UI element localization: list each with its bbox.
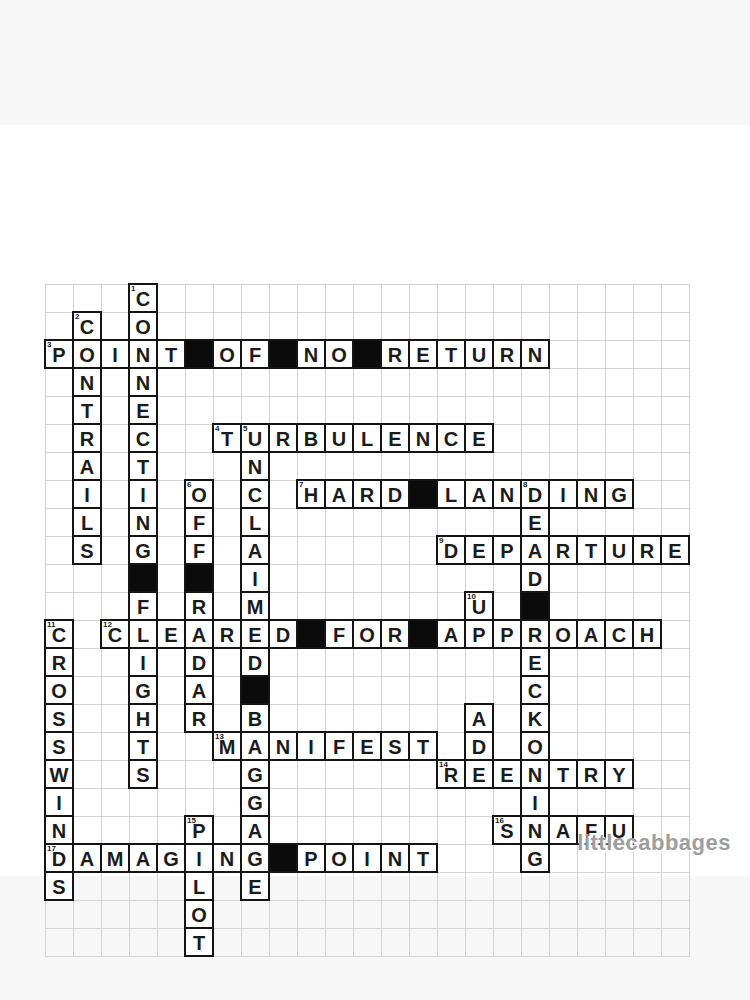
cell-letter: O <box>79 343 95 365</box>
cell-letter: I <box>84 483 90 505</box>
cell-letter: P <box>304 847 317 869</box>
cell-letter: D <box>528 483 542 505</box>
cell-letter: I <box>140 483 146 505</box>
letter-cell-r17-c7[interactable]: G <box>241 760 269 788</box>
letter-cell-r16-c13[interactable]: T <box>409 732 437 760</box>
letter-cell-r15-c3[interactable]: H <box>129 704 157 732</box>
letter-cell-r17-c18[interactable]: T <box>549 760 577 788</box>
letter-cell-r7-c11[interactable]: R <box>353 480 381 508</box>
letter-cell-r9-c19[interactable]: T <box>577 536 605 564</box>
letter-cell-r18-c0[interactable]: I <box>45 788 73 816</box>
letter-cell-r20-c4[interactable]: G <box>157 844 185 872</box>
cell-letter: W <box>50 763 69 785</box>
letter-cell-r16-c10[interactable]: F <box>325 732 353 760</box>
letter-cell-r20-c7[interactable]: G <box>241 844 269 872</box>
letter-cell-r20-c9[interactable]: P <box>297 844 325 872</box>
cell-letter: Y <box>612 763 625 785</box>
letter-cell-r17-c15[interactable]: E <box>465 760 493 788</box>
cell-letter: I <box>252 567 258 589</box>
cell-letter: F <box>137 595 149 617</box>
letter-cell-r9-c18[interactable]: R <box>549 536 577 564</box>
letter-cell-r14-c3[interactable]: G <box>129 676 157 704</box>
cell-letter: P <box>500 623 513 645</box>
cell-letter: K <box>528 707 542 729</box>
letter-cell-r15-c17[interactable]: K <box>521 704 549 732</box>
cell-letter: U <box>472 343 486 365</box>
cell-letter: H <box>304 483 318 505</box>
cell-letter: C <box>248 483 262 505</box>
letter-cell-r20-c5[interactable]: I <box>185 844 213 872</box>
letter-cell-r6-c1[interactable]: A <box>73 452 101 480</box>
letter-cell-r7-c12[interactable]: D <box>381 480 409 508</box>
letter-cell-r12-c20[interactable]: C <box>605 620 633 648</box>
cell-letter: F <box>193 539 205 561</box>
letter-cell-r9-c16[interactable]: P <box>493 536 521 564</box>
cell-letter: A <box>192 623 206 645</box>
letter-cell-r15-c5[interactable]: R <box>185 704 213 732</box>
clue-number: 6 <box>187 481 191 489</box>
letter-cell-r1-c3[interactable]: O <box>129 312 157 340</box>
letter-cell-r9-c15[interactable]: E <box>465 536 493 564</box>
letter-cell-r12-c7[interactable]: E <box>241 620 269 648</box>
letter-cell-r12-c12[interactable]: R <box>381 620 409 648</box>
letter-cell-r12-c3[interactable]: L <box>129 620 157 648</box>
cell-letter: O <box>359 623 375 645</box>
letter-cell-r2-c12[interactable]: R <box>381 340 409 368</box>
cell-letter: R <box>528 623 542 645</box>
cell-letter: B <box>304 427 318 449</box>
letter-cell-r10-c7[interactable]: I <box>241 564 269 592</box>
letter-cell-r11-c5[interactable]: R <box>185 592 213 620</box>
letter-cell-r1-c1[interactable]: 2C <box>73 312 101 340</box>
cell-letter: R <box>640 539 654 561</box>
cell-letter: I <box>560 483 566 505</box>
cell-letter: L <box>137 623 149 645</box>
letter-cell-r2-c0[interactable]: 3P <box>45 340 73 368</box>
cell-letter: F <box>193 511 205 533</box>
cell-letter: R <box>192 595 206 617</box>
letter-cell-r2-c10[interactable]: O <box>325 340 353 368</box>
cell-letter: R <box>584 763 598 785</box>
black-cell-r7-c13 <box>409 480 437 508</box>
cell-letter: O <box>219 343 235 365</box>
letter-cell-r12-c0[interactable]: 11C <box>45 620 73 648</box>
letter-cell-r9-c17[interactable]: A <box>521 536 549 564</box>
letter-cell-r2-c4[interactable]: T <box>157 340 185 368</box>
cell-letter: R <box>360 483 374 505</box>
cell-letter: P <box>52 343 65 365</box>
cell-letter: G <box>611 483 627 505</box>
letter-cell-r11-c3[interactable]: F <box>129 592 157 620</box>
cell-letter: C <box>528 679 542 701</box>
letter-cell-r8-c7[interactable]: L <box>241 508 269 536</box>
letter-cell-r17-c16[interactable]: E <box>493 760 521 788</box>
letter-cell-r10-c17[interactable]: D <box>521 564 549 592</box>
letter-cell-r7-c16[interactable]: N <box>493 480 521 508</box>
letter-cell-r9-c3[interactable]: G <box>129 536 157 564</box>
cell-letter: E <box>388 427 401 449</box>
cell-letter: C <box>136 287 150 309</box>
cell-letter: L <box>81 511 93 533</box>
cell-letter: A <box>556 819 570 841</box>
black-cell-r11-c17 <box>521 592 549 620</box>
cell-letter: S <box>52 707 65 729</box>
cell-letter: C <box>612 623 626 645</box>
letter-cell-r5-c1[interactable]: R <box>73 424 101 452</box>
cell-letter: T <box>445 343 457 365</box>
cell-letter: O <box>555 623 571 645</box>
cell-letter: E <box>472 763 485 785</box>
letter-cell-r16-c8[interactable]: N <box>269 732 297 760</box>
cell-letter: N <box>248 455 262 477</box>
cell-letter: O <box>331 343 347 365</box>
letter-cell-r5-c7[interactable]: 5U <box>241 424 269 452</box>
black-cell-r2-c8 <box>269 340 297 368</box>
cell-letter: N <box>136 371 150 393</box>
cell-letter: N <box>528 343 542 365</box>
black-cell-r10-c3 <box>129 564 157 592</box>
cell-letter: R <box>80 427 94 449</box>
letter-cell-r11-c15[interactable]: 10U <box>465 592 493 620</box>
black-cell-r14-c7 <box>241 676 269 704</box>
cell-letter: L <box>249 511 261 533</box>
letter-cell-r20-c11[interactable]: I <box>353 844 381 872</box>
letter-cell-r21-c0[interactable]: S <box>45 872 73 900</box>
letter-cell-r15-c15[interactable]: A <box>465 704 493 732</box>
cell-letter: N <box>388 847 402 869</box>
cell-letter: A <box>80 847 94 869</box>
letter-cell-r7-c15[interactable]: A <box>465 480 493 508</box>
clue-number: 4 <box>215 425 219 433</box>
letter-cell-r7-c19[interactable]: N <box>577 480 605 508</box>
cell-letter: E <box>528 511 541 533</box>
letter-cell-r8-c5[interactable]: F <box>185 508 213 536</box>
letter-cell-r17-c0[interactable]: W <box>45 760 73 788</box>
letter-cell-r8-c3[interactable]: N <box>129 508 157 536</box>
cell-letter: D <box>388 483 402 505</box>
cell-letter: H <box>136 707 150 729</box>
cell-letter: R <box>276 427 290 449</box>
letter-cell-r20-c12[interactable]: N <box>381 844 409 872</box>
cell-letter: G <box>247 791 263 813</box>
cell-letter: P <box>472 623 485 645</box>
letter-cell-r5-c13[interactable]: N <box>409 424 437 452</box>
letter-cell-r2-c3[interactable]: N <box>129 340 157 368</box>
cell-letter: N <box>416 427 430 449</box>
clue-number: 2 <box>75 313 79 321</box>
letter-cell-r17-c17[interactable]: N <box>521 760 549 788</box>
letter-cell-r16-c0[interactable]: S <box>45 732 73 760</box>
letter-cell-r20-c0[interactable]: 17D <box>45 844 73 872</box>
cell-letter: G <box>135 679 151 701</box>
cell-letter: D <box>248 651 262 673</box>
cell-letter: R <box>52 651 66 673</box>
black-cell-r12-c13 <box>409 620 437 648</box>
letter-cell-r20-c13[interactable]: T <box>409 844 437 872</box>
letter-cell-r3-c1[interactable]: N <box>73 368 101 396</box>
black-cell-r2-c11 <box>353 340 381 368</box>
cell-letter: P <box>500 539 513 561</box>
product-image-page: 1C2CO3POINTOFNORETURNNNTERC4T5URBULENCEA… <box>0 0 750 1000</box>
letter-cell-r19-c5[interactable]: 15P <box>185 816 213 844</box>
cell-letter: E <box>528 651 541 673</box>
letter-cell-r2-c2[interactable]: I <box>101 340 129 368</box>
cell-letter: A <box>332 483 346 505</box>
cell-letter: E <box>416 343 429 365</box>
letter-cell-r5-c9[interactable]: B <box>297 424 325 452</box>
letter-cell-r12-c21[interactable]: H <box>633 620 661 648</box>
letter-cell-r9-c1[interactable]: S <box>73 536 101 564</box>
cell-letter: D <box>276 623 290 645</box>
letter-cell-r0-c3[interactable]: 1C <box>129 284 157 312</box>
letter-cell-r5-c12[interactable]: E <box>381 424 409 452</box>
cell-letter: N <box>52 819 66 841</box>
letter-cell-r12-c8[interactable]: D <box>269 620 297 648</box>
letter-cell-r13-c5[interactable]: D <box>185 648 213 676</box>
letter-cell-r9-c21[interactable]: R <box>633 536 661 564</box>
letter-cell-r19-c0[interactable]: N <box>45 816 73 844</box>
cell-letter: A <box>444 623 458 645</box>
cell-letter: L <box>361 427 373 449</box>
letter-cell-r15-c7[interactable]: B <box>241 704 269 732</box>
clue-number: 9 <box>439 537 443 545</box>
letter-cell-r16-c15[interactable]: D <box>465 732 493 760</box>
letter-cell-r14-c0[interactable]: O <box>45 676 73 704</box>
cell-letter: N <box>220 847 234 869</box>
letter-cell-r7-c17[interactable]: 8D <box>521 480 549 508</box>
letter-cell-r20-c2[interactable]: M <box>101 844 129 872</box>
letter-cell-r16-c12[interactable]: S <box>381 732 409 760</box>
cell-letter: N <box>136 511 150 533</box>
letter-cell-r5-c11[interactable]: L <box>353 424 381 452</box>
cell-letter: H <box>640 623 654 645</box>
letter-cell-r14-c17[interactable]: C <box>521 676 549 704</box>
letter-cell-r16-c3[interactable]: T <box>129 732 157 760</box>
cell-letter: M <box>107 847 124 869</box>
letter-cell-r2-c6[interactable]: O <box>213 340 241 368</box>
letter-cell-r4-c1[interactable]: T <box>73 396 101 424</box>
letter-cell-r9-c7[interactable]: A <box>241 536 269 564</box>
clue-number: 3 <box>47 341 51 349</box>
cell-letter: E <box>248 623 261 645</box>
letter-cell-r12-c15[interactable]: P <box>465 620 493 648</box>
letter-cell-r16-c9[interactable]: I <box>297 732 325 760</box>
cell-letter: L <box>193 875 205 897</box>
letter-cell-r7-c18[interactable]: I <box>549 480 577 508</box>
crossword-artwork: 1C2CO3POINTOFNORETURNNNTERC4T5URBULENCEA… <box>0 125 750 876</box>
letter-cell-r7-c7[interactable]: C <box>241 480 269 508</box>
letter-cell-r15-c0[interactable]: S <box>45 704 73 732</box>
cell-letter: S <box>388 735 401 757</box>
cell-letter: I <box>196 847 202 869</box>
letter-cell-r20-c10[interactable]: O <box>325 844 353 872</box>
cell-letter: N <box>500 483 514 505</box>
letter-cell-r12-c16[interactable]: P <box>493 620 521 648</box>
cell-letter: R <box>192 707 206 729</box>
cell-letter: O <box>51 679 67 701</box>
letter-cell-r2-c16[interactable]: R <box>493 340 521 368</box>
letter-cell-r12-c18[interactable]: O <box>549 620 577 648</box>
letter-cell-r2-c17[interactable]: N <box>521 340 549 368</box>
watermark-text: littlecabbages <box>577 830 731 856</box>
letter-cell-r17-c14[interactable]: 14R <box>437 760 465 788</box>
cell-letter: T <box>81 399 93 421</box>
cell-letter: A <box>192 679 206 701</box>
cell-letter: D <box>192 651 206 673</box>
letter-cell-r5-c6[interactable]: 4T <box>213 424 241 452</box>
cell-letter: E <box>500 763 513 785</box>
letter-cell-r20-c6[interactable]: N <box>213 844 241 872</box>
clue-number: 10 <box>467 593 476 601</box>
crossword-grid: 1C2CO3POINTOFNORETURNNNTERC4T5URBULENCEA… <box>45 284 690 957</box>
letter-cell-r6-c3[interactable]: T <box>129 452 157 480</box>
letter-cell-r9-c14[interactable]: 9D <box>437 536 465 564</box>
cell-letter: G <box>135 539 151 561</box>
cell-letter: F <box>333 735 345 757</box>
letter-cell-r16-c11[interactable]: E <box>353 732 381 760</box>
clue-number: 15 <box>187 817 196 825</box>
letter-cell-r7-c20[interactable]: G <box>605 480 633 508</box>
letter-cell-r23-c5[interactable]: T <box>185 928 213 956</box>
letter-cell-r16-c7[interactable]: A <box>241 732 269 760</box>
cell-letter: N <box>584 483 598 505</box>
letter-cell-r22-c5[interactable]: O <box>185 900 213 928</box>
letter-cell-r16-c6[interactable]: 13M <box>213 732 241 760</box>
cell-letter: T <box>165 343 177 365</box>
letter-cell-r19-c18[interactable]: A <box>549 816 577 844</box>
letter-cell-r9-c20[interactable]: U <box>605 536 633 564</box>
cell-letter: G <box>163 847 179 869</box>
cell-letter: A <box>136 847 150 869</box>
cell-letter: I <box>140 651 146 673</box>
letter-cell-r9-c5[interactable]: F <box>185 536 213 564</box>
cell-letter: S <box>52 735 65 757</box>
cell-letter: A <box>248 735 262 757</box>
letter-cell-r17-c3[interactable]: S <box>129 760 157 788</box>
letter-cell-r20-c3[interactable]: A <box>129 844 157 872</box>
cell-letter: N <box>80 371 94 393</box>
cell-letter: R <box>388 623 402 645</box>
letter-cell-r12-c4[interactable]: E <box>157 620 185 648</box>
letter-cell-r12-c6[interactable]: R <box>213 620 241 648</box>
letter-cell-r11-c7[interactable]: M <box>241 592 269 620</box>
letter-cell-r5-c14[interactable]: C <box>437 424 465 452</box>
letter-cell-r13-c17[interactable]: E <box>521 648 549 676</box>
letter-cell-r8-c17[interactable]: E <box>521 508 549 536</box>
cell-letter: N <box>304 343 318 365</box>
letter-cell-r12-c10[interactable]: F <box>325 620 353 648</box>
letter-cell-r21-c5[interactable]: L <box>185 872 213 900</box>
letter-cell-r17-c19[interactable]: R <box>577 760 605 788</box>
letter-cell-r7-c3[interactable]: I <box>129 480 157 508</box>
cell-letter: T <box>221 427 233 449</box>
letter-cell-r7-c5[interactable]: 6O <box>185 480 213 508</box>
cell-letter: G <box>527 847 543 869</box>
cell-letter: N <box>528 763 542 785</box>
cell-letter: F <box>333 623 345 645</box>
letter-cell-r18-c7[interactable]: G <box>241 788 269 816</box>
letter-cell-r14-c5[interactable]: A <box>185 676 213 704</box>
cell-letter: C <box>444 427 458 449</box>
letter-cell-r20-c1[interactable]: A <box>73 844 101 872</box>
cell-letter: U <box>612 539 626 561</box>
cell-letter: I <box>364 847 370 869</box>
letter-cell-r12-c2[interactable]: 12C <box>101 620 129 648</box>
clue-number: 17 <box>47 845 56 853</box>
letter-cell-r4-c3[interactable]: E <box>129 396 157 424</box>
letter-cell-r19-c7[interactable]: A <box>241 816 269 844</box>
cell-letter: R <box>500 343 514 365</box>
letter-cell-r12-c14[interactable]: A <box>437 620 465 648</box>
letter-cell-r7-c1[interactable]: I <box>73 480 101 508</box>
cell-letter: A <box>528 539 542 561</box>
letter-cell-r3-c3[interactable]: N <box>129 368 157 396</box>
letter-cell-r7-c14[interactable]: L <box>437 480 465 508</box>
letter-cell-r2-c9[interactable]: N <box>297 340 325 368</box>
letter-cell-r7-c9[interactable]: 7H <box>297 480 325 508</box>
letter-cell-r17-c20[interactable]: Y <box>605 760 633 788</box>
letter-cell-r5-c8[interactable]: R <box>269 424 297 452</box>
letter-cell-r19-c16[interactable]: 16S <box>493 816 521 844</box>
cell-letter: E <box>164 623 177 645</box>
cell-letter: B <box>248 707 262 729</box>
cell-letter: A <box>584 623 598 645</box>
cell-letter: O <box>527 735 543 757</box>
cell-letter: R <box>388 343 402 365</box>
letter-cell-r13-c3[interactable]: I <box>129 648 157 676</box>
clue-number: 5 <box>243 425 247 433</box>
cell-letter: S <box>80 539 93 561</box>
letter-cell-r6-c7[interactable]: N <box>241 452 269 480</box>
cell-letter: D <box>444 539 458 561</box>
letter-cell-r5-c3[interactable]: C <box>129 424 157 452</box>
letter-cell-r2-c14[interactable]: T <box>437 340 465 368</box>
cell-letter: D <box>528 567 542 589</box>
cell-letter: E <box>472 539 485 561</box>
letter-cell-r20-c17[interactable]: G <box>521 844 549 872</box>
letter-cell-r8-c1[interactable]: L <box>73 508 101 536</box>
letter-cell-r2-c13[interactable]: E <box>409 340 437 368</box>
letter-cell-r2-c15[interactable]: U <box>465 340 493 368</box>
letter-cell-r5-c15[interactable]: E <box>465 424 493 452</box>
letter-cell-r18-c17[interactable]: I <box>521 788 549 816</box>
letter-cell-r13-c7[interactable]: D <box>241 648 269 676</box>
letter-cell-r7-c10[interactable]: A <box>325 480 353 508</box>
cell-letter: N <box>136 343 150 365</box>
letter-cell-r16-c17[interactable]: O <box>521 732 549 760</box>
letter-cell-r5-c10[interactable]: U <box>325 424 353 452</box>
cell-letter: U <box>332 427 346 449</box>
cell-letter: C <box>136 427 150 449</box>
letter-cell-r12-c17[interactable]: R <box>521 620 549 648</box>
cell-letter: G <box>247 763 263 785</box>
cell-letter: I <box>532 791 538 813</box>
cell-letter: E <box>136 399 149 421</box>
letter-cell-r2-c1[interactable]: O <box>73 340 101 368</box>
letter-cell-r19-c17[interactable]: N <box>521 816 549 844</box>
letter-cell-r12-c19[interactable]: A <box>577 620 605 648</box>
letter-cell-r2-c7[interactable]: F <box>241 340 269 368</box>
cell-letter: O <box>191 483 207 505</box>
letter-cell-r12-c11[interactable]: O <box>353 620 381 648</box>
letter-cell-r12-c5[interactable]: A <box>185 620 213 648</box>
cell-letter: O <box>331 847 347 869</box>
cell-letter: T <box>193 931 205 953</box>
letter-cell-r13-c0[interactable]: R <box>45 648 73 676</box>
letter-cell-r9-c22[interactable]: E <box>661 536 689 564</box>
letter-cell-r21-c7[interactable]: E <box>241 872 269 900</box>
cell-letter: R <box>556 539 570 561</box>
